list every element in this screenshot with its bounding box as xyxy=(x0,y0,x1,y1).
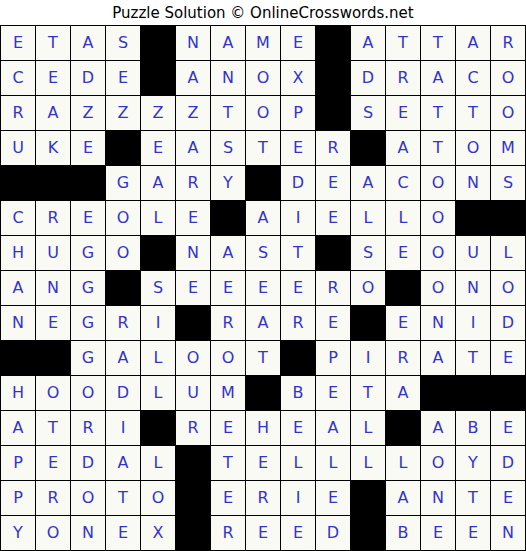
cell-letter: E xyxy=(188,280,198,296)
grid-cell: R xyxy=(491,26,525,60)
cell-letter: O xyxy=(82,385,95,401)
cell-letter: E xyxy=(328,315,338,331)
cell-letter: I xyxy=(471,315,476,331)
cell-letter: R xyxy=(257,490,268,506)
grid-cell: A xyxy=(421,61,455,95)
cell-letter: L xyxy=(154,385,163,401)
cell-letter: Y xyxy=(223,175,233,191)
cell-letter: E xyxy=(328,210,338,226)
grid-cell: E xyxy=(281,131,315,165)
grid-cell: Z xyxy=(141,96,175,130)
cell-letter: S xyxy=(258,245,268,261)
grid-cell: L xyxy=(386,201,420,235)
grid-cell: I xyxy=(351,341,385,375)
grid-cell: S xyxy=(351,96,385,130)
cell-letter: E xyxy=(13,35,23,51)
cell-letter: A xyxy=(188,70,199,86)
black-cell xyxy=(456,201,490,235)
grid-cell: E xyxy=(421,516,455,550)
cell-letter: M xyxy=(256,35,270,51)
cell-letter: R xyxy=(117,315,128,331)
cell-letter: T xyxy=(118,490,128,506)
grid-cell: D xyxy=(491,306,525,340)
grid-cell: O xyxy=(491,271,525,305)
grid-cell: T xyxy=(456,341,490,375)
grid-cell: E xyxy=(176,271,210,305)
cell-letter: B xyxy=(468,420,479,436)
cell-letter: E xyxy=(48,315,58,331)
black-cell xyxy=(71,166,105,200)
cell-letter: O xyxy=(432,245,445,261)
grid-cell: N xyxy=(176,26,210,60)
grid-cell: C xyxy=(386,166,420,200)
cell-letter: N xyxy=(432,490,444,506)
cell-letter: A xyxy=(363,35,374,51)
cell-letter: P xyxy=(13,490,23,506)
cell-letter: Z xyxy=(83,105,94,121)
black-cell xyxy=(351,131,385,165)
grid-cell: R xyxy=(316,131,350,165)
cell-letter: E xyxy=(153,140,163,156)
cell-letter: L xyxy=(154,350,163,366)
cell-letter: O xyxy=(117,245,130,261)
cell-letter: N xyxy=(502,525,514,541)
cell-letter: O xyxy=(257,70,270,86)
cell-letter: E xyxy=(83,140,93,156)
black-cell xyxy=(141,61,175,95)
cell-letter: O xyxy=(47,385,60,401)
cell-letter: L xyxy=(154,455,163,471)
grid-cell: T xyxy=(421,96,455,130)
cell-letter: O xyxy=(432,455,445,471)
grid-cell: O xyxy=(176,341,210,375)
grid-cell: R xyxy=(386,341,420,375)
grid-cell: N xyxy=(211,61,245,95)
grid-cell: E xyxy=(316,166,350,200)
grid-cell: I xyxy=(141,306,175,340)
page-title: Puzzle Solution © OnlineCrosswords.net xyxy=(112,4,413,22)
cell-letter: E xyxy=(293,280,303,296)
cell-letter: S xyxy=(363,105,373,121)
cell-letter: T xyxy=(468,350,478,366)
grid-cell: A xyxy=(386,131,420,165)
cell-letter: O xyxy=(467,140,480,156)
cell-letter: O xyxy=(362,280,375,296)
cell-letter: O xyxy=(152,490,165,506)
black-cell xyxy=(176,481,210,515)
black-cell xyxy=(1,341,35,375)
cell-letter: L xyxy=(364,210,373,226)
cell-letter: L xyxy=(364,455,373,471)
grid-cell: R xyxy=(386,61,420,95)
cell-letter: A xyxy=(13,280,24,296)
cell-letter: C xyxy=(12,210,23,226)
black-cell xyxy=(36,166,70,200)
black-cell xyxy=(176,306,210,340)
grid-cell: L xyxy=(351,446,385,480)
cell-letter: A xyxy=(363,175,374,191)
cell-letter: A xyxy=(258,210,269,226)
grid-cell: D xyxy=(106,376,140,410)
cell-letter: L xyxy=(399,210,408,226)
black-cell xyxy=(141,26,175,60)
cell-letter: T xyxy=(363,385,373,401)
cell-letter: E xyxy=(328,490,338,506)
grid-cell: O xyxy=(421,446,455,480)
grid-cell: E xyxy=(106,516,140,550)
grid-cell: G xyxy=(106,166,140,200)
grid-cell: Y xyxy=(211,166,245,200)
grid-cell: U xyxy=(1,131,35,165)
cell-letter: N xyxy=(187,245,199,261)
grid-cell: A xyxy=(106,341,140,375)
cell-letter: R xyxy=(187,420,198,436)
grid-cell: P xyxy=(1,481,35,515)
cell-letter: L xyxy=(504,245,513,261)
cell-letter: E xyxy=(48,70,58,86)
cell-letter: R xyxy=(12,105,23,121)
cell-letter: A xyxy=(188,140,199,156)
cell-letter: T xyxy=(433,140,443,156)
grid-cell: K xyxy=(36,131,70,165)
grid-cell: G xyxy=(71,306,105,340)
grid-cell: H xyxy=(1,236,35,270)
cell-letter: D xyxy=(82,455,94,471)
grid-cell: O xyxy=(421,166,455,200)
cell-letter: E xyxy=(118,70,128,86)
cell-letter: I xyxy=(296,490,301,506)
grid-cell: B xyxy=(281,376,315,410)
grid-cell: E xyxy=(1,26,35,60)
grid-cell: E xyxy=(316,306,350,340)
grid-cell: L xyxy=(386,446,420,480)
cell-letter: O xyxy=(432,280,445,296)
grid-cell: L xyxy=(141,201,175,235)
grid-cell: O xyxy=(491,61,525,95)
cell-letter: M xyxy=(221,385,235,401)
cell-letter: Z xyxy=(153,105,164,121)
cell-letter: H xyxy=(257,420,269,436)
cell-letter: E xyxy=(293,420,303,436)
cell-letter: A xyxy=(398,385,409,401)
cell-letter: E xyxy=(433,525,443,541)
grid-cell: T xyxy=(456,481,490,515)
black-cell xyxy=(316,61,350,95)
grid-cell: O xyxy=(36,376,70,410)
cell-letter: T xyxy=(468,490,478,506)
grid-cell: E xyxy=(71,201,105,235)
cell-letter: S xyxy=(503,175,513,191)
grid-cell: N xyxy=(421,481,455,515)
grid-cell: B xyxy=(456,411,490,445)
black-cell xyxy=(491,376,525,410)
cell-letter: A xyxy=(83,35,94,51)
cell-letter: E xyxy=(258,455,268,471)
cell-letter: O xyxy=(47,525,60,541)
cell-letter: E xyxy=(398,245,408,261)
black-cell xyxy=(386,411,420,445)
cell-letter: I xyxy=(121,420,126,436)
grid-cell: I xyxy=(106,411,140,445)
cell-letter: T xyxy=(48,420,58,436)
cell-letter: O xyxy=(502,70,515,86)
cell-letter: R xyxy=(47,490,58,506)
black-cell xyxy=(36,341,70,375)
grid-cell: O xyxy=(106,201,140,235)
black-cell xyxy=(176,446,210,480)
cell-letter: E xyxy=(223,420,233,436)
cell-letter: R xyxy=(502,35,513,51)
grid-cell: C xyxy=(1,201,35,235)
grid-cell: E xyxy=(211,411,245,445)
grid-cell: N xyxy=(456,166,490,200)
cell-letter: T xyxy=(433,35,443,51)
cell-letter: S xyxy=(153,280,163,296)
grid-cell: A xyxy=(106,446,140,480)
grid-cell: E xyxy=(491,411,525,445)
grid-cell: A xyxy=(211,26,245,60)
cell-letter: N xyxy=(432,315,444,331)
grid-cell: H xyxy=(246,411,280,445)
cell-letter: A xyxy=(468,35,479,51)
cell-letter: O xyxy=(187,350,200,366)
cell-letter: R xyxy=(222,315,233,331)
cell-letter: E xyxy=(258,280,268,296)
black-cell xyxy=(106,271,140,305)
grid-cell: R xyxy=(211,516,245,550)
grid-cell: L xyxy=(491,236,525,270)
grid-cell: U xyxy=(176,376,210,410)
grid-cell: D xyxy=(281,166,315,200)
grid-cell: S xyxy=(211,131,245,165)
grid-cell: O xyxy=(456,131,490,165)
black-cell xyxy=(281,341,315,375)
grid-cell: L xyxy=(141,446,175,480)
cell-letter: R xyxy=(47,210,58,226)
black-cell xyxy=(106,131,140,165)
cell-letter: T xyxy=(398,35,408,51)
grid-cell: A xyxy=(176,61,210,95)
grid-cell: E xyxy=(281,271,315,305)
cell-letter: R xyxy=(222,525,233,541)
grid-cell: C xyxy=(456,61,490,95)
black-cell xyxy=(141,236,175,270)
cell-letter: O xyxy=(222,350,235,366)
cell-letter: R xyxy=(187,175,198,191)
cell-letter: I xyxy=(156,315,161,331)
cell-letter: N xyxy=(47,280,59,296)
grid-cell: E xyxy=(316,481,350,515)
grid-cell: M xyxy=(491,131,525,165)
grid-cell: E xyxy=(456,516,490,550)
cell-letter: I xyxy=(366,350,371,366)
grid-cell: O xyxy=(141,481,175,515)
cell-letter: A xyxy=(433,350,444,366)
cell-letter: R xyxy=(327,140,338,156)
grid-cell: B xyxy=(386,516,420,550)
cell-letter: G xyxy=(82,245,94,261)
cell-letter: T xyxy=(293,245,303,261)
cell-letter: O xyxy=(432,175,445,191)
cell-letter: A xyxy=(433,420,444,436)
grid-cell: R xyxy=(106,306,140,340)
cell-letter: T xyxy=(433,105,443,121)
grid-cell: S xyxy=(491,166,525,200)
grid-cell: A xyxy=(71,26,105,60)
cell-letter: U xyxy=(47,245,59,261)
grid-cell: T xyxy=(211,446,245,480)
grid-cell: E xyxy=(281,516,315,550)
grid-cell: O xyxy=(211,341,245,375)
black-cell xyxy=(246,166,280,200)
cell-letter: A xyxy=(433,70,444,86)
cell-letter: O xyxy=(257,105,270,121)
black-cell xyxy=(141,411,175,445)
grid-cell: T xyxy=(36,411,70,445)
cell-letter: U xyxy=(467,245,479,261)
grid-cell: N xyxy=(421,306,455,340)
grid-cell: M xyxy=(246,26,280,60)
cell-letter: D xyxy=(82,70,94,86)
grid-cell: R xyxy=(316,271,350,305)
grid-cell: N xyxy=(71,516,105,550)
black-cell xyxy=(316,26,350,60)
cell-letter: T xyxy=(223,105,233,121)
cell-letter: P xyxy=(13,455,23,471)
cell-letter: S xyxy=(223,140,233,156)
cell-letter: K xyxy=(48,140,59,156)
grid-cell: E xyxy=(36,61,70,95)
black-cell xyxy=(351,481,385,515)
grid-cell: O xyxy=(36,516,70,550)
grid-cell: S xyxy=(106,26,140,60)
grid-cell: A xyxy=(351,166,385,200)
grid-cell: A xyxy=(36,96,70,130)
cell-letter: C xyxy=(467,70,478,86)
cell-letter: T xyxy=(468,105,478,121)
cell-letter: C xyxy=(12,70,23,86)
cell-letter: U xyxy=(12,140,24,156)
cell-letter: N xyxy=(82,525,94,541)
grid-cell: M xyxy=(211,376,245,410)
cell-letter: L xyxy=(399,455,408,471)
cell-letter: S xyxy=(118,35,128,51)
grid-cell: O xyxy=(421,271,455,305)
cell-letter: A xyxy=(153,175,164,191)
grid-cell: A xyxy=(1,271,35,305)
grid-cell: A xyxy=(421,341,455,375)
cell-letter: D xyxy=(502,315,514,331)
cell-letter: N xyxy=(222,70,234,86)
grid-cell: O xyxy=(246,96,280,130)
grid-cell: O xyxy=(491,96,525,130)
grid-cell: N xyxy=(456,271,490,305)
cell-letter: T xyxy=(258,350,268,366)
cell-letter: T xyxy=(258,140,268,156)
grid-cell: R xyxy=(246,481,280,515)
grid-cell: T xyxy=(281,236,315,270)
cell-letter: A xyxy=(118,455,129,471)
grid-cell: U xyxy=(36,236,70,270)
cell-letter: D xyxy=(292,175,304,191)
cell-letter: G xyxy=(82,315,94,331)
cell-letter: N xyxy=(467,280,479,296)
grid-cell: O xyxy=(351,271,385,305)
cell-letter: E xyxy=(293,35,303,51)
grid-cell: A xyxy=(246,306,280,340)
cell-letter: X xyxy=(153,525,164,541)
cell-letter: R xyxy=(397,350,408,366)
cell-letter: A xyxy=(328,420,339,436)
grid-cell: R xyxy=(36,201,70,235)
cell-letter: O xyxy=(502,280,515,296)
grid-cell: A xyxy=(456,26,490,60)
cell-letter: E xyxy=(258,525,268,541)
grid-cell: R xyxy=(211,306,245,340)
grid-cell: T xyxy=(36,26,70,60)
grid-cell: I xyxy=(281,481,315,515)
cell-letter: I xyxy=(296,210,301,226)
cell-letter: M xyxy=(501,140,515,156)
cell-letter: E xyxy=(328,385,338,401)
grid-cell: A xyxy=(316,411,350,445)
grid-cell: T xyxy=(421,131,455,165)
grid-cell: O xyxy=(71,481,105,515)
cell-letter: R xyxy=(397,70,408,86)
cell-letter: T xyxy=(48,35,58,51)
cell-letter: E xyxy=(223,490,233,506)
black-cell xyxy=(176,516,210,550)
cell-letter: N xyxy=(467,175,479,191)
cell-letter: O xyxy=(502,105,515,121)
grid-cell: Z xyxy=(71,96,105,130)
grid-cell: T xyxy=(246,131,280,165)
grid-cell: N xyxy=(1,306,35,340)
cell-letter: E xyxy=(503,350,513,366)
grid-cell: I xyxy=(281,201,315,235)
cell-letter: U xyxy=(187,385,199,401)
cell-letter: A xyxy=(223,35,234,51)
grid-cell: L xyxy=(316,446,350,480)
cell-letter: P xyxy=(328,350,338,366)
cell-letter: N xyxy=(12,315,24,331)
cell-letter: R xyxy=(82,420,93,436)
grid-cell: T xyxy=(386,26,420,60)
puzzle-solution-page: Puzzle Solution © OnlineCrosswords.net E… xyxy=(0,0,526,551)
grid-cell: E xyxy=(386,236,420,270)
black-cell xyxy=(491,201,525,235)
grid-cell: D xyxy=(491,446,525,480)
grid-cell: N xyxy=(36,271,70,305)
grid-cell: E xyxy=(281,26,315,60)
cell-letter: G xyxy=(117,175,129,191)
cell-letter: E xyxy=(398,105,408,121)
grid-cell: A xyxy=(386,481,420,515)
cell-letter: R xyxy=(292,315,303,331)
grid-cell: Z xyxy=(106,96,140,130)
grid-cell: T xyxy=(246,341,280,375)
grid-cell: L xyxy=(281,446,315,480)
cell-letter: Y xyxy=(13,525,23,541)
cell-letter: L xyxy=(329,455,338,471)
cell-letter: E xyxy=(468,525,478,541)
cell-letter: A xyxy=(13,420,24,436)
grid-cell: E xyxy=(141,131,175,165)
cell-letter: X xyxy=(293,70,304,86)
grid-cell: A xyxy=(246,201,280,235)
cell-letter: A xyxy=(223,245,234,261)
grid-cell: G xyxy=(71,236,105,270)
